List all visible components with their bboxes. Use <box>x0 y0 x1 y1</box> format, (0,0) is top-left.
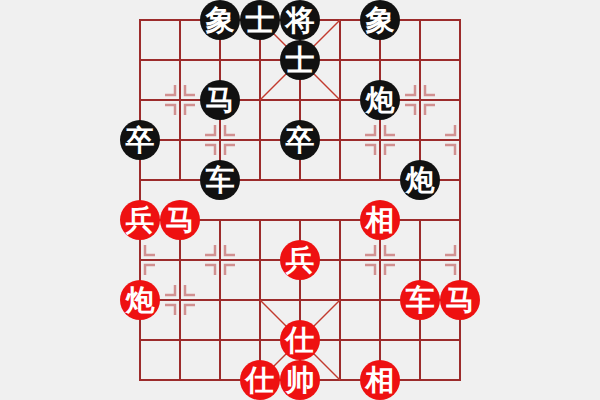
xiangqi-board: 象士将象士马炮卒卒车炮兵马相兵炮车马仕仕帅相 <box>0 0 600 400</box>
piece-red-pawn[interactable]: 兵 <box>120 200 160 240</box>
piece-black-pawn[interactable]: 卒 <box>280 120 320 160</box>
piece-red-horse[interactable]: 马 <box>160 200 200 240</box>
piece-red-advisor[interactable]: 仕 <box>280 320 320 360</box>
piece-black-elephant[interactable]: 象 <box>200 0 240 40</box>
piece-black-pawn[interactable]: 卒 <box>120 120 160 160</box>
pieces-layer: 象士将象士马炮卒卒车炮兵马相兵炮车马仕仕帅相 <box>0 0 600 400</box>
piece-red-chariot[interactable]: 车 <box>400 280 440 320</box>
piece-red-advisor[interactable]: 仕 <box>240 360 280 400</box>
piece-black-elephant[interactable]: 象 <box>360 0 400 40</box>
piece-black-cannon[interactable]: 炮 <box>360 80 400 120</box>
piece-black-horse[interactable]: 马 <box>200 80 240 120</box>
piece-red-horse[interactable]: 马 <box>440 280 480 320</box>
piece-red-king[interactable]: 帅 <box>280 360 320 400</box>
piece-black-cannon[interactable]: 炮 <box>400 160 440 200</box>
piece-black-advisor[interactable]: 士 <box>240 0 280 40</box>
piece-black-king[interactable]: 将 <box>280 0 320 40</box>
piece-black-chariot[interactable]: 车 <box>200 160 240 200</box>
piece-red-pawn[interactable]: 兵 <box>280 240 320 280</box>
piece-red-elephant[interactable]: 相 <box>360 200 400 240</box>
piece-red-cannon[interactable]: 炮 <box>120 280 160 320</box>
piece-red-elephant[interactable]: 相 <box>360 360 400 400</box>
piece-black-advisor[interactable]: 士 <box>280 40 320 80</box>
